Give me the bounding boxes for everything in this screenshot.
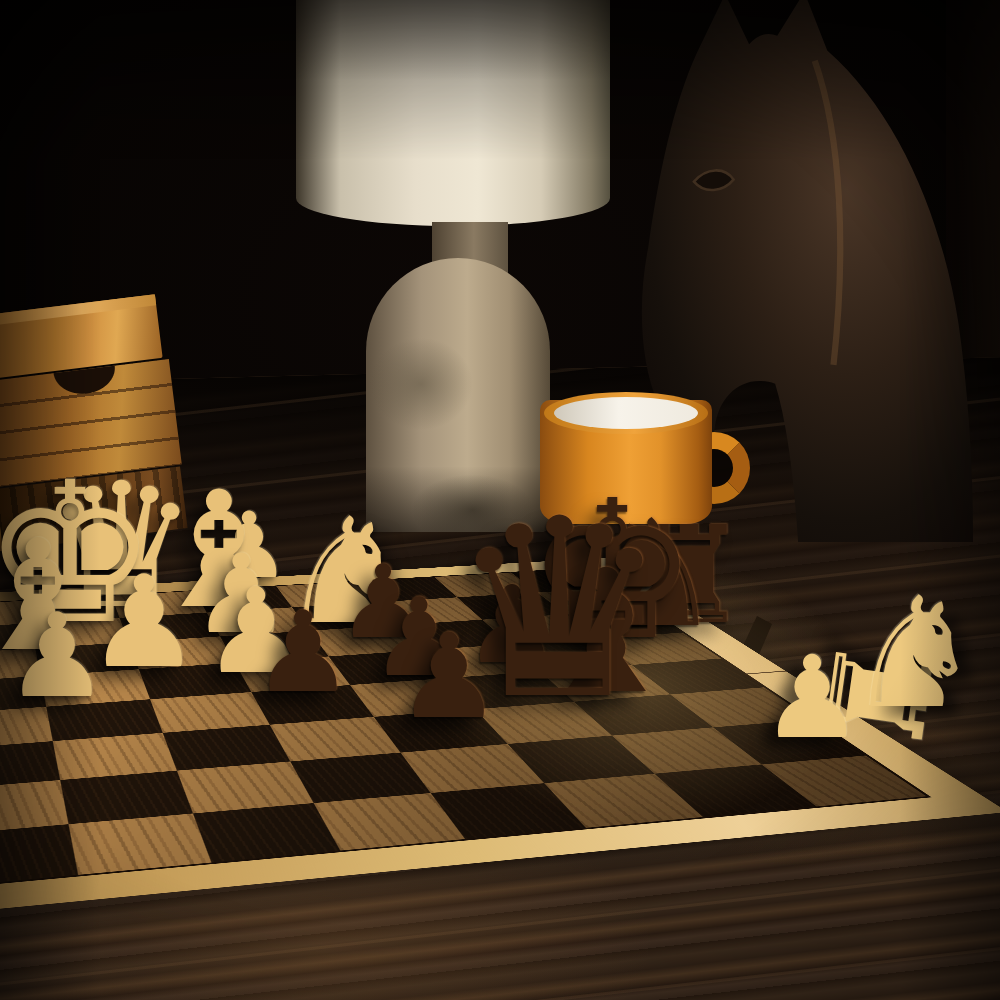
white-pawn-a3: ♟	[5, 598, 109, 714]
still-life-scene: ♝♚♛♟♟♝♟♟♟♞♟♟♟♟♟♛♚♝♞♜♟♜♞	[0, 0, 1000, 1000]
pieces-layer: ♝♚♛♟♟♝♟♟♟♞♟♟♟♟♟♛♚♝♞♜♟♜♞	[0, 0, 1000, 1000]
black-pawn-g3: ♟	[397, 618, 502, 735]
captured-white-knight: ♞	[845, 577, 982, 730]
captured-white-pawn: ♟	[761, 641, 863, 755]
black-pawn-e3: ♟	[253, 596, 353, 708]
